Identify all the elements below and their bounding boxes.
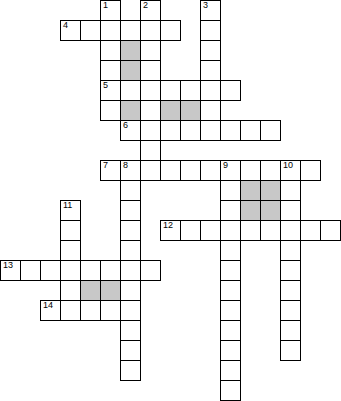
letter-cell-r6-c7[interactable] [140,120,161,141]
crossword-board: 1234567891011121314 [0,0,341,401]
shaded-cell-r5-c6 [120,100,141,121]
letter-cell-r6-c10[interactable] [200,120,221,141]
clue-number-13: 13 [3,261,13,270]
letter-cell-r8-c12[interactable] [240,160,261,181]
shaded-cell-r14-c4 [80,280,101,301]
letter-cell-r14-c6[interactable] [120,280,141,301]
letter-cell-r11-c14[interactable] [280,220,301,241]
letter-cell-r8-c11[interactable]: 9 [220,160,241,181]
letter-cell-r11-c6[interactable] [120,220,141,241]
shaded-cell-r9-c13 [260,180,281,201]
letter-cell-r13-c14[interactable] [280,260,301,281]
letter-cell-r18-c6[interactable] [120,360,141,381]
shaded-cell-r2-c6 [120,40,141,61]
clue-number-9: 9 [223,161,228,170]
letter-cell-r13-c2[interactable] [40,260,61,281]
clue-number-10: 10 [283,161,293,170]
letter-cell-r0-c5[interactable]: 1 [100,0,121,21]
letter-cell-r11-c8[interactable]: 12 [160,220,181,241]
letter-cell-r4-c9[interactable] [180,80,201,101]
letter-cell-r12-c11[interactable] [220,240,241,261]
letter-cell-r0-c7[interactable]: 2 [140,0,161,21]
letter-cell-r6-c9[interactable] [180,120,201,141]
letter-cell-r6-c12[interactable] [240,120,261,141]
letter-cell-r9-c6[interactable] [120,180,141,201]
letter-cell-r14-c14[interactable] [280,280,301,301]
letter-cell-r12-c6[interactable] [120,240,141,261]
shaded-cell-r3-c6 [120,60,141,81]
letter-cell-r14-c11[interactable] [220,280,241,301]
clue-number-5: 5 [103,81,108,90]
letter-cell-r13-c3[interactable] [60,260,81,281]
letter-cell-r11-c13[interactable] [260,220,281,241]
letter-cell-r12-c3[interactable] [60,240,81,261]
shaded-cell-r10-c12 [240,200,261,221]
letter-cell-r5-c7[interactable] [140,100,161,121]
letter-cell-r1-c8[interactable] [160,20,181,41]
letter-cell-r18-c11[interactable] [220,360,241,381]
letter-cell-r19-c11[interactable] [220,380,241,401]
clue-number-1: 1 [103,1,108,10]
letter-cell-r5-c5[interactable] [100,100,121,121]
letter-cell-r2-c10[interactable] [200,40,221,61]
letter-cell-r8-c5[interactable]: 7 [100,160,121,181]
letter-cell-r15-c3[interactable] [60,300,81,321]
letter-cell-r11-c16[interactable] [320,220,341,241]
letter-cell-r2-c7[interactable] [140,40,161,61]
letter-cell-r4-c7[interactable] [140,80,161,101]
letter-cell-r8-c7[interactable] [140,160,161,181]
letter-cell-r17-c6[interactable] [120,340,141,361]
letter-cell-r1-c6[interactable] [120,20,141,41]
letter-cell-r11-c10[interactable] [200,220,221,241]
clue-number-7: 7 [103,161,108,170]
letter-cell-r11-c11[interactable] [220,220,241,241]
letter-cell-r7-c7[interactable] [140,140,161,161]
letter-cell-r16-c11[interactable] [220,320,241,341]
letter-cell-r16-c6[interactable] [120,320,141,341]
letter-cell-r11-c15[interactable] [300,220,321,241]
letter-cell-r9-c14[interactable] [280,180,301,201]
clue-number-11: 11 [63,201,72,210]
letter-cell-r15-c11[interactable] [220,300,241,321]
letter-cell-r9-c11[interactable] [220,180,241,201]
letter-cell-r11-c12[interactable] [240,220,261,241]
clue-number-8: 8 [123,161,128,170]
clue-number-3: 3 [203,1,208,10]
letter-cell-r0-c10[interactable]: 3 [200,0,221,21]
letter-cell-r8-c10[interactable] [200,160,221,181]
letter-cell-r8-c8[interactable] [160,160,181,181]
letter-cell-r5-c10[interactable] [200,100,221,121]
letter-cell-r10-c3[interactable]: 11 [60,200,81,221]
clue-number-2: 2 [143,1,148,10]
letter-cell-r14-c3[interactable] [60,280,81,301]
letter-cell-r3-c5[interactable] [100,60,121,81]
letter-cell-r13-c11[interactable] [220,260,241,281]
letter-cell-r10-c14[interactable] [280,200,301,221]
letter-cell-r11-c3[interactable] [60,220,81,241]
shaded-cell-r9-c12 [240,180,261,201]
letter-cell-r8-c13[interactable] [260,160,281,181]
letter-cell-r1-c3[interactable]: 4 [60,20,81,41]
letter-cell-r8-c6[interactable]: 8 [120,160,141,181]
letter-cell-r13-c5[interactable] [100,260,121,281]
letter-cell-r17-c14[interactable] [280,340,301,361]
letter-cell-r6-c11[interactable] [220,120,241,141]
letter-cell-r10-c6[interactable] [120,200,141,221]
shaded-cell-r10-c13 [260,200,281,221]
letter-cell-r2-c5[interactable] [100,40,121,61]
letter-cell-r1-c4[interactable] [80,20,101,41]
letter-cell-r8-c14[interactable]: 10 [280,160,301,181]
shaded-cell-r5-c8 [160,100,181,121]
letter-cell-r12-c14[interactable] [280,240,301,261]
letter-cell-r8-c15[interactable] [300,160,321,181]
letter-cell-r17-c11[interactable] [220,340,241,361]
letter-cell-r15-c6[interactable] [120,300,141,321]
letter-cell-r6-c13[interactable] [260,120,281,141]
shaded-cell-r14-c5 [100,280,121,301]
letter-cell-r13-c0[interactable]: 13 [0,260,21,281]
clue-number-4: 4 [63,21,68,30]
letter-cell-r1-c7[interactable] [140,20,161,41]
letter-cell-r6-c6[interactable]: 6 [120,120,141,141]
letter-cell-r8-c9[interactable] [180,160,201,181]
letter-cell-r13-c1[interactable] [20,260,41,281]
letter-cell-r1-c10[interactable] [200,20,221,41]
letter-cell-r4-c8[interactable] [160,80,181,101]
shaded-cell-r5-c9 [180,100,201,121]
letter-cell-r15-c5[interactable] [100,300,121,321]
letter-cell-r10-c11[interactable] [220,200,241,221]
letter-cell-r3-c7[interactable] [140,60,161,81]
letter-cell-r16-c14[interactable] [280,320,301,341]
letter-cell-r1-c5[interactable] [100,20,121,41]
letter-cell-r13-c7[interactable] [140,260,161,281]
letter-cell-r13-c4[interactable] [80,260,101,281]
clue-number-14: 14 [43,301,53,310]
letter-cell-r11-c9[interactable] [180,220,201,241]
letter-cell-r4-c5[interactable]: 5 [100,80,121,101]
letter-cell-r4-c6[interactable] [120,80,141,101]
letter-cell-r6-c8[interactable] [160,120,181,141]
letter-cell-r15-c2[interactable]: 14 [40,300,61,321]
letter-cell-r4-c10[interactable] [200,80,221,101]
letter-cell-r3-c10[interactable] [200,60,221,81]
letter-cell-r15-c4[interactable] [80,300,101,321]
letter-cell-r13-c6[interactable] [120,260,141,281]
letter-cell-r15-c14[interactable] [280,300,301,321]
letter-cell-r4-c11[interactable] [220,80,241,101]
clue-number-12: 12 [163,221,173,230]
clue-number-6: 6 [123,121,128,130]
